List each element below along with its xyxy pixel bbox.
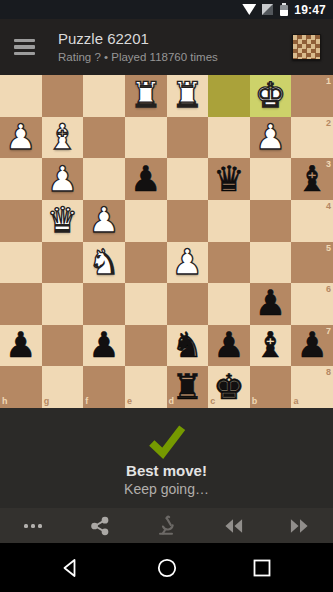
square-a5[interactable]: 5 xyxy=(291,242,333,284)
square-c2[interactable] xyxy=(208,117,250,159)
square-h2[interactable]: ♟ xyxy=(0,117,42,159)
square-e6[interactable] xyxy=(125,283,167,325)
battery-icon xyxy=(280,3,288,16)
rank-label: 3 xyxy=(326,160,331,169)
rank-label: 2 xyxy=(326,119,331,128)
square-d3[interactable] xyxy=(167,158,209,200)
rank-label: 1 xyxy=(326,77,331,86)
app-bar-titles: Puzzle 62201 Rating ? • Played 118760 ti… xyxy=(58,30,292,64)
square-a3[interactable]: ♝3 xyxy=(291,158,333,200)
piece-black-bishop[interactable]: ♝ xyxy=(296,162,327,197)
square-b7[interactable]: ♝ xyxy=(250,325,292,367)
square-b4[interactable] xyxy=(250,200,292,242)
square-f4[interactable]: ♟ xyxy=(83,200,125,242)
forward-button[interactable] xyxy=(266,508,333,543)
square-a6[interactable]: 6 xyxy=(291,283,333,325)
square-g2[interactable]: ♝ xyxy=(42,117,84,159)
rewind-icon xyxy=(223,518,244,534)
square-e1[interactable]: ♜ xyxy=(125,75,167,117)
square-c3[interactable]: ♛ xyxy=(208,158,250,200)
square-g8[interactable]: g xyxy=(42,366,84,408)
square-g3[interactable]: ♟ xyxy=(42,158,84,200)
puzzle-toolbar xyxy=(0,508,333,543)
piece-white-pawn[interactable]: ♟ xyxy=(5,120,36,155)
file-label: d xyxy=(169,397,175,406)
square-a2[interactable]: 2 xyxy=(291,117,333,159)
square-h4[interactable] xyxy=(0,200,42,242)
square-b5[interactable] xyxy=(250,242,292,284)
piece-white-bishop[interactable]: ♝ xyxy=(47,120,78,155)
feedback-panel: Best move! Keep going… xyxy=(0,408,333,508)
square-d2[interactable] xyxy=(167,117,209,159)
rank-label: 5 xyxy=(326,244,331,253)
square-g1[interactable] xyxy=(42,75,84,117)
square-g7[interactable] xyxy=(42,325,84,367)
square-e8[interactable]: e xyxy=(125,366,167,408)
file-label: h xyxy=(2,397,8,406)
piece-black-pawn[interactable]: ♟ xyxy=(5,328,36,363)
piece-white-king[interactable]: ♚ xyxy=(255,78,286,113)
square-g5[interactable] xyxy=(42,242,84,284)
square-a4[interactable]: 4 xyxy=(291,200,333,242)
share-button[interactable] xyxy=(67,508,134,543)
square-c7[interactable]: ♟ xyxy=(208,325,250,367)
piece-black-pawn[interactable]: ♟ xyxy=(88,328,119,363)
piece-black-pawn[interactable]: ♟ xyxy=(296,328,327,363)
square-a1[interactable]: 1 xyxy=(291,75,333,117)
square-b2[interactable]: ♟ xyxy=(250,117,292,159)
rank-label: 8 xyxy=(326,368,331,377)
square-c4[interactable] xyxy=(208,200,250,242)
square-g4[interactable]: ♛ xyxy=(42,200,84,242)
file-label: a xyxy=(293,397,298,406)
square-d6[interactable] xyxy=(167,283,209,325)
microscope-icon xyxy=(155,515,177,537)
file-label: b xyxy=(252,397,258,406)
clock-text: 19:47 xyxy=(294,3,326,17)
piece-black-queen[interactable]: ♛ xyxy=(213,162,244,197)
square-c6[interactable] xyxy=(208,283,250,325)
square-f8[interactable]: f xyxy=(83,366,125,408)
forward-icon xyxy=(289,518,310,534)
square-f3[interactable] xyxy=(83,158,125,200)
square-a7[interactable]: ♟7 xyxy=(291,325,333,367)
square-b3[interactable] xyxy=(250,158,292,200)
rank-label: 7 xyxy=(326,327,331,336)
piece-white-pawn[interactable]: ♟ xyxy=(88,203,119,238)
square-e7[interactable] xyxy=(125,325,167,367)
piece-white-pawn[interactable]: ♟ xyxy=(47,162,78,197)
piece-black-pawn[interactable]: ♟ xyxy=(213,328,244,363)
share-icon xyxy=(90,516,110,536)
piece-black-bishop[interactable]: ♝ xyxy=(255,328,286,363)
square-d4[interactable] xyxy=(167,200,209,242)
feedback-subtitle: Keep going… xyxy=(124,481,209,497)
square-e3[interactable]: ♟ xyxy=(125,158,167,200)
app-bar: Puzzle 62201 Rating ? • Played 118760 ti… xyxy=(0,19,333,75)
status-bar: 19:47 xyxy=(0,0,333,19)
nav-home-button[interactable] xyxy=(143,544,191,592)
file-label: e xyxy=(127,397,132,406)
square-f7[interactable]: ♟ xyxy=(83,325,125,367)
piece-white-rook[interactable]: ♜ xyxy=(130,78,161,113)
feedback-title: Best move! xyxy=(126,462,207,479)
square-f5[interactable]: ♞ xyxy=(83,242,125,284)
square-f6[interactable] xyxy=(83,283,125,325)
square-h7[interactable]: ♟ xyxy=(0,325,42,367)
piece-white-queen[interactable]: ♛ xyxy=(47,203,78,238)
analyze-button[interactable] xyxy=(133,508,200,543)
square-h3[interactable] xyxy=(0,158,42,200)
more-options-button[interactable] xyxy=(0,508,67,543)
square-b1[interactable]: ♚ xyxy=(250,75,292,117)
square-b8[interactable]: b xyxy=(250,366,292,408)
square-d1[interactable]: ♜ xyxy=(167,75,209,117)
square-g6[interactable] xyxy=(42,283,84,325)
rank-label: 4 xyxy=(326,202,331,211)
square-a8[interactable]: 8a xyxy=(291,366,333,408)
piece-white-pawn[interactable]: ♟ xyxy=(172,245,203,280)
square-f1[interactable] xyxy=(83,75,125,117)
chessboard-thumbnail-icon[interactable] xyxy=(292,34,321,60)
piece-black-knight[interactable]: ♞ xyxy=(172,328,203,363)
file-label: g xyxy=(44,397,50,406)
rewind-button[interactable] xyxy=(200,508,267,543)
square-e5[interactable] xyxy=(125,242,167,284)
no-signal-icon xyxy=(262,4,273,15)
app-screen: 19:47 Puzzle 62201 Rating ? • Played 118… xyxy=(0,0,333,592)
square-e4[interactable] xyxy=(125,200,167,242)
piece-black-pawn[interactable]: ♟ xyxy=(255,286,286,321)
piece-black-king[interactable]: ♚ xyxy=(213,370,244,405)
square-h5[interactable] xyxy=(0,242,42,284)
piece-white-knight[interactable]: ♞ xyxy=(88,245,119,280)
check-icon xyxy=(145,422,189,460)
page-title: Puzzle 62201 xyxy=(58,30,292,48)
file-label: c xyxy=(210,397,215,406)
square-h1[interactable] xyxy=(0,75,42,117)
square-f2[interactable] xyxy=(83,117,125,159)
nav-back-button[interactable] xyxy=(47,544,95,592)
square-e2[interactable] xyxy=(125,117,167,159)
ellipsis-icon xyxy=(24,524,42,528)
square-c1[interactable] xyxy=(208,75,250,117)
square-d7[interactable]: ♞ xyxy=(167,325,209,367)
file-label: f xyxy=(85,397,88,406)
square-h8[interactable]: h xyxy=(0,366,42,408)
piece-white-pawn[interactable]: ♟ xyxy=(255,120,286,155)
square-c5[interactable] xyxy=(208,242,250,284)
chess-board[interactable]: ♜♜♚1♟♝♟2♟♟♛♝3♛♟4♞♟5♟6♟♟♞♟♝♟7hgfe♜d♚cb8a xyxy=(0,75,333,408)
rank-label: 6 xyxy=(326,285,331,294)
page-subtitle: Rating ? • Played 118760 times xyxy=(58,50,292,64)
square-d8[interactable]: ♜d xyxy=(167,366,209,408)
back-triangle-icon xyxy=(60,557,82,579)
home-circle-icon xyxy=(156,557,178,579)
nav-recents-button[interactable] xyxy=(238,544,286,592)
square-d5[interactable]: ♟ xyxy=(167,242,209,284)
square-b6[interactable]: ♟ xyxy=(250,283,292,325)
piece-white-rook[interactable]: ♜ xyxy=(172,78,203,113)
square-c8[interactable]: ♚c xyxy=(208,366,250,408)
wifi-icon xyxy=(242,4,256,15)
piece-black-pawn[interactable]: ♟ xyxy=(130,162,161,197)
hamburger-menu-icon[interactable] xyxy=(12,37,37,58)
android-nav-bar xyxy=(0,543,333,592)
piece-black-rook[interactable]: ♜ xyxy=(172,370,203,405)
square-h6[interactable] xyxy=(0,283,42,325)
recents-square-icon xyxy=(251,557,273,579)
